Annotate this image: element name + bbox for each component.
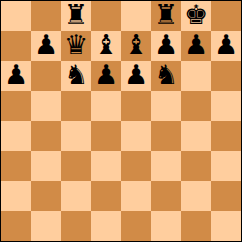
- square-e4[interactable]: [121, 121, 151, 151]
- black-rook[interactable]: ♜: [64, 1, 88, 30]
- black-pawn[interactable]: ♟: [4, 61, 28, 90]
- black-pawn[interactable]: ♟: [34, 31, 58, 60]
- square-c2[interactable]: [61, 181, 91, 211]
- square-h6[interactable]: [211, 61, 241, 91]
- square-e2[interactable]: [121, 181, 151, 211]
- square-h4[interactable]: [211, 121, 241, 151]
- square-b4[interactable]: [31, 121, 61, 151]
- square-b2[interactable]: [31, 181, 61, 211]
- square-d5[interactable]: [91, 91, 121, 121]
- black-knight[interactable]: ♞: [154, 61, 178, 90]
- black-queen[interactable]: ♛: [64, 31, 88, 60]
- square-h3[interactable]: [211, 151, 241, 181]
- square-d8[interactable]: [91, 1, 121, 31]
- square-c1[interactable]: [61, 211, 91, 241]
- square-e8[interactable]: [121, 1, 151, 31]
- black-king[interactable]: ♚: [184, 1, 208, 30]
- square-f4[interactable]: [151, 121, 181, 151]
- square-b3[interactable]: [31, 151, 61, 181]
- square-g8[interactable]: ♚: [181, 1, 211, 31]
- chess-board-container: ♜♜♚♟♛♝♝♟♟♟♟♞♟♟♞: [0, 0, 242, 242]
- square-f5[interactable]: [151, 91, 181, 121]
- square-h8[interactable]: [211, 1, 241, 31]
- square-b6[interactable]: [31, 61, 61, 91]
- square-a1[interactable]: [1, 211, 31, 241]
- black-knight[interactable]: ♞: [64, 61, 88, 90]
- square-g3[interactable]: [181, 151, 211, 181]
- square-b1[interactable]: [31, 211, 61, 241]
- square-a7[interactable]: [1, 31, 31, 61]
- black-rook[interactable]: ♜: [154, 1, 178, 30]
- black-pawn[interactable]: ♟: [184, 31, 208, 60]
- square-h2[interactable]: [211, 181, 241, 211]
- square-b8[interactable]: [31, 1, 61, 31]
- square-e3[interactable]: [121, 151, 151, 181]
- square-e7[interactable]: ♝: [121, 31, 151, 61]
- black-pawn[interactable]: ♟: [124, 61, 148, 90]
- square-b7[interactable]: ♟: [31, 31, 61, 61]
- square-c8[interactable]: ♜: [61, 1, 91, 31]
- square-h7[interactable]: ♟: [211, 31, 241, 61]
- square-f7[interactable]: ♟: [151, 31, 181, 61]
- square-g6[interactable]: [181, 61, 211, 91]
- square-g5[interactable]: [181, 91, 211, 121]
- square-d4[interactable]: [91, 121, 121, 151]
- square-a6[interactable]: ♟: [1, 61, 31, 91]
- square-e6[interactable]: ♟: [121, 61, 151, 91]
- black-bishop[interactable]: ♝: [124, 31, 148, 60]
- square-a8[interactable]: [1, 1, 31, 31]
- square-g2[interactable]: [181, 181, 211, 211]
- square-e1[interactable]: [121, 211, 151, 241]
- square-d1[interactable]: [91, 211, 121, 241]
- black-pawn[interactable]: ♟: [94, 61, 118, 90]
- square-a3[interactable]: [1, 151, 31, 181]
- square-h1[interactable]: [211, 211, 241, 241]
- black-pawn[interactable]: ♟: [214, 31, 238, 60]
- square-f3[interactable]: [151, 151, 181, 181]
- square-g7[interactable]: ♟: [181, 31, 211, 61]
- square-a5[interactable]: [1, 91, 31, 121]
- square-f1[interactable]: [151, 211, 181, 241]
- square-a4[interactable]: [1, 121, 31, 151]
- square-d3[interactable]: [91, 151, 121, 181]
- square-d2[interactable]: [91, 181, 121, 211]
- square-g4[interactable]: [181, 121, 211, 151]
- square-c5[interactable]: [61, 91, 91, 121]
- square-b5[interactable]: [31, 91, 61, 121]
- square-f2[interactable]: [151, 181, 181, 211]
- square-f6[interactable]: ♞: [151, 61, 181, 91]
- square-c4[interactable]: [61, 121, 91, 151]
- square-d7[interactable]: ♝: [91, 31, 121, 61]
- black-bishop[interactable]: ♝: [94, 31, 118, 60]
- chess-board: ♜♜♚♟♛♝♝♟♟♟♟♞♟♟♞: [0, 0, 242, 242]
- square-c7[interactable]: ♛: [61, 31, 91, 61]
- square-a2[interactable]: [1, 181, 31, 211]
- square-d6[interactable]: ♟: [91, 61, 121, 91]
- square-f8[interactable]: ♜: [151, 1, 181, 31]
- square-e5[interactable]: [121, 91, 151, 121]
- square-c6[interactable]: ♞: [61, 61, 91, 91]
- square-g1[interactable]: [181, 211, 211, 241]
- black-pawn[interactable]: ♟: [154, 31, 178, 60]
- square-c3[interactable]: [61, 151, 91, 181]
- square-h5[interactable]: [211, 91, 241, 121]
